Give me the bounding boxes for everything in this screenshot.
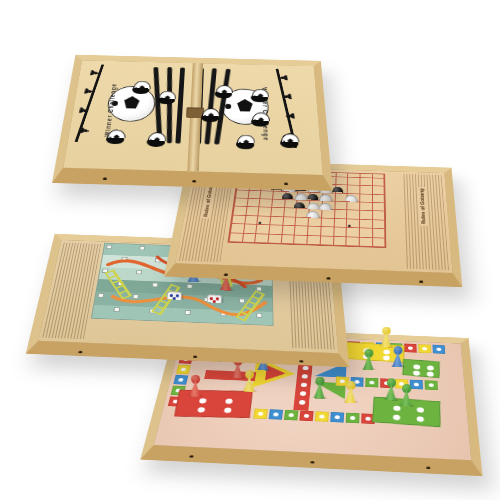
foosball-player-icon: ♟	[82, 87, 96, 96]
snakes-cell	[97, 279, 116, 292]
white-stone[interactable]	[344, 195, 357, 207]
ludo-path-square	[404, 344, 417, 353]
snakes-cell	[131, 280, 150, 293]
ludo-path-square	[432, 345, 445, 354]
snakes-cell	[149, 281, 168, 294]
number-chip	[106, 245, 112, 249]
die-pip	[176, 294, 179, 297]
path-dot	[178, 378, 184, 382]
path-dot	[422, 347, 427, 350]
column-dot	[301, 383, 307, 387]
sling-surface: ♟♟♟♟♟♟♟♟ Winner Challenge Winner Challen…	[63, 60, 323, 175]
screw-hole	[299, 360, 303, 363]
column-dot	[303, 366, 309, 370]
number-chip	[117, 281, 124, 286]
snakes-cell	[101, 255, 120, 268]
zone-dot	[362, 354, 369, 359]
snakes-cell	[184, 282, 202, 295]
black-stone[interactable]	[282, 193, 293, 203]
yellow-pawn[interactable]	[344, 381, 358, 404]
snakes-cell	[116, 268, 135, 281]
white-stone[interactable]	[319, 203, 332, 215]
foosball-player-icon: ♟	[88, 69, 101, 78]
black-stone[interactable]	[294, 202, 305, 212]
snakes-cell	[219, 284, 237, 297]
green-pawn[interactable]	[399, 384, 413, 407]
screw-hole	[310, 461, 315, 464]
yellow-pawn[interactable]	[242, 370, 256, 392]
die-pip	[170, 294, 173, 297]
zone-dot	[413, 370, 420, 375]
snakes-cell	[99, 267, 118, 280]
die-pip	[210, 303, 213, 306]
zone-dot	[384, 349, 391, 354]
snakes-cell	[103, 243, 122, 255]
number-chip	[256, 287, 262, 292]
path-dot	[408, 346, 413, 349]
screw-hole	[419, 280, 423, 283]
ludo-path-square	[365, 378, 378, 388]
snakes-cell	[118, 256, 137, 269]
snakes-cell	[114, 280, 133, 293]
red-pawn[interactable]	[188, 374, 202, 397]
screw-hole	[189, 455, 194, 458]
snakes-cell	[133, 268, 152, 281]
ludo-path-square	[176, 365, 191, 374]
zone-dot	[414, 364, 421, 369]
zone-dot	[426, 371, 433, 376]
zone-dot	[427, 365, 434, 370]
path-dot	[436, 348, 441, 351]
board-sling-puck: ♟♟♟♟♟♟♟♟ Winner Challenge Winner Challen…	[52, 55, 333, 191]
ludo-path-square	[418, 344, 431, 353]
path-dot	[181, 368, 187, 372]
zone-dot	[363, 348, 370, 353]
column-dot	[302, 374, 308, 378]
screw-hole	[327, 277, 331, 280]
screw-hole	[192, 180, 196, 183]
path-dot	[414, 383, 419, 387]
ludo-home-zone	[402, 359, 440, 378]
snakes-cell	[135, 256, 153, 269]
snakes-cell	[120, 244, 138, 256]
number-chip	[139, 246, 145, 250]
path-dot	[429, 383, 434, 387]
die-pip	[216, 297, 219, 300]
number-chip	[102, 268, 109, 272]
die-pip	[210, 297, 213, 300]
foosball-player-icon: ♟	[277, 74, 290, 82]
green-pawn[interactable]	[384, 378, 398, 401]
black-stone[interactable]	[332, 186, 343, 196]
number-chip	[155, 258, 161, 262]
screw-hole	[78, 351, 83, 354]
ludo-path-square	[425, 380, 438, 390]
die-pip	[213, 300, 216, 303]
star-point	[348, 225, 351, 227]
product-photo: Rules of Gobang Rules of Gobang ♟♟♟♟♟♟♟♟…	[0, 0, 500, 500]
die-pip	[173, 297, 176, 300]
number-chip	[221, 285, 227, 290]
foosball-player-icon: ♟	[76, 106, 90, 115]
zone-dot	[383, 355, 390, 360]
screw-hole	[103, 177, 108, 180]
die[interactable]	[206, 294, 222, 309]
number-chip	[187, 284, 193, 289]
number-chip	[152, 283, 158, 288]
number-chip	[121, 257, 127, 261]
path-dot	[369, 381, 374, 385]
green-pawn[interactable]	[313, 376, 327, 399]
screw-hole	[426, 467, 430, 470]
screw-hole	[223, 273, 228, 276]
snakes-cell	[137, 245, 155, 257]
number-chip	[136, 270, 142, 274]
foosball-player-icon: ♟	[281, 92, 294, 100]
screw-hole	[193, 356, 197, 359]
ludo-path-square	[173, 375, 188, 385]
screw-hole	[284, 183, 288, 186]
